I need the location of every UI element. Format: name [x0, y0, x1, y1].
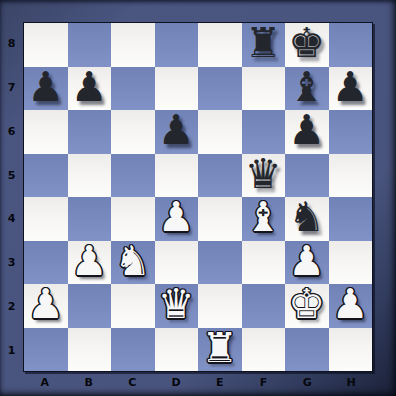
square-c4[interactable]	[111, 197, 155, 241]
rank-label-7: 7	[0, 66, 23, 110]
square-g6[interactable]: ♟	[285, 110, 329, 154]
square-b2[interactable]	[68, 284, 112, 328]
file-label-f: F	[242, 372, 286, 392]
square-c7[interactable]	[111, 67, 155, 111]
white-pawn[interactable]: ♟	[332, 284, 369, 325]
black-pawn[interactable]: ♟	[332, 67, 369, 108]
square-a1[interactable]	[24, 328, 68, 372]
file-labels: ABCDEFGH	[23, 372, 373, 392]
square-a8[interactable]	[24, 23, 68, 67]
square-h2[interactable]: ♟	[329, 284, 373, 328]
square-b4[interactable]	[68, 197, 112, 241]
square-d4[interactable]: ♟	[155, 197, 199, 241]
file-label-b: B	[67, 372, 111, 392]
square-e4[interactable]	[198, 197, 242, 241]
square-b6[interactable]	[68, 110, 112, 154]
square-h3[interactable]	[329, 241, 373, 285]
square-f1[interactable]	[242, 328, 286, 372]
square-f7[interactable]	[242, 67, 286, 111]
white-pawn[interactable]: ♟	[27, 284, 64, 325]
rank-label-3: 3	[0, 241, 23, 285]
square-a5[interactable]	[24, 154, 68, 198]
square-c5[interactable]	[111, 154, 155, 198]
square-f2[interactable]	[242, 284, 286, 328]
square-a6[interactable]	[24, 110, 68, 154]
square-d1[interactable]	[155, 328, 199, 372]
square-g1[interactable]	[285, 328, 329, 372]
square-g8[interactable]: ♚	[285, 23, 329, 67]
rank-label-2: 2	[0, 285, 23, 329]
rank-label-5: 5	[0, 153, 23, 197]
square-f3[interactable]	[242, 241, 286, 285]
square-h1[interactable]	[329, 328, 373, 372]
square-e1[interactable]: ♜	[198, 328, 242, 372]
rank-label-4: 4	[0, 197, 23, 241]
square-f4[interactable]: ♝	[242, 197, 286, 241]
file-label-g: G	[286, 372, 330, 392]
square-a7[interactable]: ♟	[24, 67, 68, 111]
square-e3[interactable]	[198, 241, 242, 285]
square-h6[interactable]	[329, 110, 373, 154]
black-queen[interactable]: ♛	[245, 154, 282, 195]
square-c8[interactable]	[111, 23, 155, 67]
chessboard-frame: 87654321 ABCDEFGH ♜♚♟♟♝♟♟♟♛♟♝♞♟♞♟♟♛♚♟♜	[0, 0, 396, 396]
square-e8[interactable]	[198, 23, 242, 67]
square-c6[interactable]	[111, 110, 155, 154]
square-g2[interactable]: ♚	[285, 284, 329, 328]
square-h4[interactable]	[329, 197, 373, 241]
rank-labels: 87654321	[0, 22, 23, 372]
square-f5[interactable]: ♛	[242, 154, 286, 198]
rank-label-8: 8	[0, 22, 23, 66]
black-knight[interactable]: ♞	[288, 197, 325, 238]
square-c2[interactable]	[111, 284, 155, 328]
square-d6[interactable]: ♟	[155, 110, 199, 154]
white-pawn[interactable]: ♟	[158, 197, 195, 238]
square-d2[interactable]: ♛	[155, 284, 199, 328]
white-knight[interactable]: ♞	[114, 241, 151, 282]
file-label-d: D	[154, 372, 198, 392]
file-label-e: E	[198, 372, 242, 392]
square-b8[interactable]	[68, 23, 112, 67]
square-g5[interactable]	[285, 154, 329, 198]
file-label-h: H	[329, 372, 373, 392]
square-h8[interactable]	[329, 23, 373, 67]
square-d5[interactable]	[155, 154, 199, 198]
rank-label-1: 1	[0, 328, 23, 372]
black-king[interactable]: ♚	[288, 23, 325, 64]
black-pawn[interactable]: ♟	[27, 67, 64, 108]
square-b5[interactable]	[68, 154, 112, 198]
square-b7[interactable]: ♟	[68, 67, 112, 111]
black-bishop[interactable]: ♝	[288, 67, 325, 108]
white-king[interactable]: ♚	[288, 284, 325, 325]
square-e6[interactable]	[198, 110, 242, 154]
square-d7[interactable]	[155, 67, 199, 111]
file-label-c: C	[111, 372, 155, 392]
square-f8[interactable]: ♜	[242, 23, 286, 67]
square-e5[interactable]	[198, 154, 242, 198]
square-b3[interactable]: ♟	[68, 241, 112, 285]
black-pawn[interactable]: ♟	[158, 110, 195, 151]
square-a4[interactable]	[24, 197, 68, 241]
square-d3[interactable]	[155, 241, 199, 285]
square-h7[interactable]: ♟	[329, 67, 373, 111]
square-g4[interactable]: ♞	[285, 197, 329, 241]
white-pawn[interactable]: ♟	[71, 241, 108, 282]
black-pawn[interactable]: ♟	[288, 110, 325, 151]
square-b1[interactable]	[68, 328, 112, 372]
white-rook[interactable]: ♜	[201, 328, 238, 369]
square-a2[interactable]: ♟	[24, 284, 68, 328]
square-h5[interactable]	[329, 154, 373, 198]
white-pawn[interactable]: ♟	[288, 241, 325, 282]
white-queen[interactable]: ♛	[158, 284, 195, 325]
square-d8[interactable]	[155, 23, 199, 67]
square-c3[interactable]: ♞	[111, 241, 155, 285]
rank-label-6: 6	[0, 110, 23, 154]
square-c1[interactable]	[111, 328, 155, 372]
square-e7[interactable]	[198, 67, 242, 111]
square-g3[interactable]: ♟	[285, 241, 329, 285]
chess-board: ♜♚♟♟♝♟♟♟♛♟♝♞♟♞♟♟♛♚♟♜	[23, 22, 373, 372]
black-rook[interactable]: ♜	[245, 23, 282, 64]
square-f6[interactable]	[242, 110, 286, 154]
file-label-a: A	[23, 372, 67, 392]
square-e2[interactable]	[198, 284, 242, 328]
square-a3[interactable]	[24, 241, 68, 285]
white-bishop[interactable]: ♝	[245, 197, 282, 238]
square-g7[interactable]: ♝	[285, 67, 329, 111]
black-pawn[interactable]: ♟	[71, 67, 108, 108]
